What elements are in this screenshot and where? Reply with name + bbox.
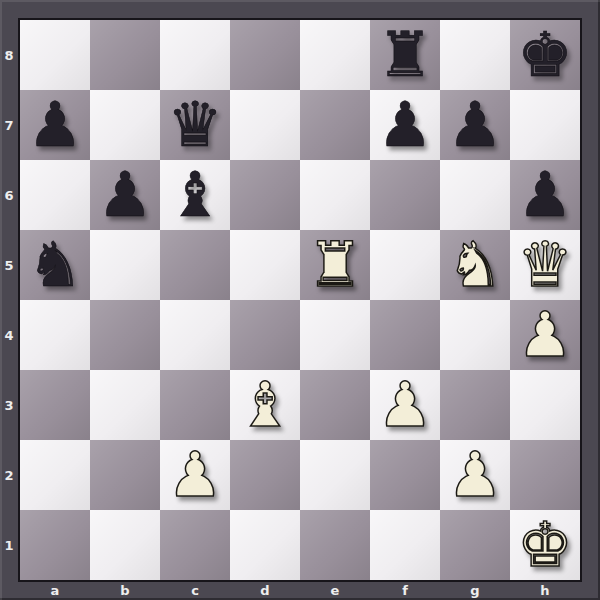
square-f2[interactable] [370,440,440,510]
square-h2[interactable] [510,440,580,510]
rank-label-4: 4 [0,300,18,370]
black-pawn-g7-piece[interactable]: ♟ [447,90,503,160]
square-e2[interactable] [300,440,370,510]
black-rook-f8-piece[interactable]: ♜ [377,20,433,90]
square-d6[interactable] [230,160,300,230]
square-b2[interactable] [90,440,160,510]
square-g7[interactable]: ♟ [440,90,510,160]
square-e5[interactable]: ♜ [300,230,370,300]
square-d1[interactable] [230,510,300,580]
square-h1[interactable]: ♚ [510,510,580,580]
square-c8[interactable] [160,20,230,90]
square-a1[interactable] [20,510,90,580]
square-g1[interactable] [440,510,510,580]
white-queen-h5-piece[interactable]: ♛ [517,230,573,300]
rank-label-6: 6 [0,160,18,230]
black-pawn-b6-piece[interactable]: ♟ [97,160,153,230]
square-f6[interactable] [370,160,440,230]
black-pawn-a7-piece[interactable]: ♟ [27,90,83,160]
black-pawn-f7-piece[interactable]: ♟ [377,90,433,160]
square-f5[interactable] [370,230,440,300]
square-h7[interactable] [510,90,580,160]
rank-label-3: 3 [0,370,18,440]
square-e7[interactable] [300,90,370,160]
square-e1[interactable] [300,510,370,580]
file-labels: abcdefgh [20,580,580,600]
square-a7[interactable]: ♟ [20,90,90,160]
white-king-h1-piece[interactable]: ♚ [517,510,573,580]
square-g2[interactable]: ♟ [440,440,510,510]
file-label-d: d [230,580,300,600]
square-b6[interactable]: ♟ [90,160,160,230]
square-e4[interactable] [300,300,370,370]
chess-board-frame: ♜♚♟♛♟♟♟♝♟♞♜♞♛♟♝♟♟♟♚ 87654321 abcdefgh [0,0,600,600]
black-king-h8-piece[interactable]: ♚ [517,20,573,90]
rank-label-7: 7 [0,90,18,160]
file-label-f: f [370,580,440,600]
square-h4[interactable]: ♟ [510,300,580,370]
white-knight-g5-piece[interactable]: ♞ [447,230,503,300]
square-b3[interactable] [90,370,160,440]
file-label-a: a [20,580,90,600]
rank-label-1: 1 [0,510,18,580]
square-d2[interactable] [230,440,300,510]
square-g4[interactable] [440,300,510,370]
square-d3[interactable]: ♝ [230,370,300,440]
square-a5[interactable]: ♞ [20,230,90,300]
white-pawn-f3-piece[interactable]: ♟ [377,370,433,440]
square-c1[interactable] [160,510,230,580]
square-h6[interactable]: ♟ [510,160,580,230]
white-rook-e5-piece[interactable]: ♜ [307,230,363,300]
square-d5[interactable] [230,230,300,300]
square-a4[interactable] [20,300,90,370]
square-b7[interactable] [90,90,160,160]
square-h8[interactable]: ♚ [510,20,580,90]
square-a6[interactable] [20,160,90,230]
rank-labels: 87654321 [0,20,18,580]
square-d7[interactable] [230,90,300,160]
square-g6[interactable] [440,160,510,230]
square-c2[interactable]: ♟ [160,440,230,510]
square-c3[interactable] [160,370,230,440]
white-pawn-g2-piece[interactable]: ♟ [447,440,503,510]
square-d4[interactable] [230,300,300,370]
file-label-e: e [300,580,370,600]
rank-label-8: 8 [0,20,18,90]
square-a3[interactable] [20,370,90,440]
rank-label-2: 2 [0,440,18,510]
square-g8[interactable] [440,20,510,90]
black-knight-a5-piece[interactable]: ♞ [27,230,83,300]
square-c4[interactable] [160,300,230,370]
square-b8[interactable] [90,20,160,90]
square-c7[interactable]: ♛ [160,90,230,160]
square-d8[interactable] [230,20,300,90]
square-g5[interactable]: ♞ [440,230,510,300]
square-f4[interactable] [370,300,440,370]
square-h3[interactable] [510,370,580,440]
file-label-c: c [160,580,230,600]
square-c5[interactable] [160,230,230,300]
square-h5[interactable]: ♛ [510,230,580,300]
square-b1[interactable] [90,510,160,580]
square-e8[interactable] [300,20,370,90]
square-b4[interactable] [90,300,160,370]
square-c6[interactable]: ♝ [160,160,230,230]
square-e6[interactable] [300,160,370,230]
black-pawn-h6-piece[interactable]: ♟ [517,160,573,230]
square-a8[interactable] [20,20,90,90]
file-label-h: h [510,580,580,600]
square-b5[interactable] [90,230,160,300]
white-pawn-h4-piece[interactable]: ♟ [517,300,573,370]
black-queen-c7-piece[interactable]: ♛ [167,90,223,160]
file-label-b: b [90,580,160,600]
white-bishop-d3-piece[interactable]: ♝ [237,370,293,440]
black-bishop-c6-piece[interactable]: ♝ [167,160,223,230]
white-pawn-c2-piece[interactable]: ♟ [167,440,223,510]
chess-board: ♜♚♟♛♟♟♟♝♟♞♜♞♛♟♝♟♟♟♚ [18,18,582,582]
square-f8[interactable]: ♜ [370,20,440,90]
square-a2[interactable] [20,440,90,510]
square-f1[interactable] [370,510,440,580]
square-e3[interactable] [300,370,370,440]
rank-label-5: 5 [0,230,18,300]
file-label-g: g [440,580,510,600]
square-f7[interactable]: ♟ [370,90,440,160]
square-f3[interactable]: ♟ [370,370,440,440]
square-g3[interactable] [440,370,510,440]
